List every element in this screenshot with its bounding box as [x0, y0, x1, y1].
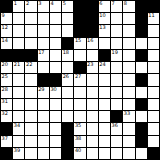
crossword-cell[interactable]	[50, 13, 61, 24]
crossword-cell[interactable]	[123, 87, 134, 98]
clue-number: 10	[99, 13, 105, 18]
crossword-block	[136, 99, 147, 110]
crossword-cell[interactable]	[38, 99, 49, 110]
crossword-block	[62, 38, 73, 49]
crossword-cell[interactable]	[25, 74, 36, 85]
crossword-cell[interactable]	[136, 38, 147, 49]
clue-number: 20	[2, 62, 8, 67]
clue-number: 13	[99, 25, 105, 30]
crossword-cell[interactable]	[136, 111, 147, 122]
crossword-cell[interactable]	[87, 74, 98, 85]
crossword-cell[interactable]	[99, 136, 110, 147]
crossword-block	[74, 62, 85, 73]
crossword-cell[interactable]: 9	[1, 13, 12, 24]
clue-number: 1	[14, 1, 17, 6]
crossword-cell[interactable]	[111, 87, 122, 98]
crossword-cell[interactable]: 15	[74, 38, 85, 49]
crossword-cell[interactable]	[62, 25, 73, 36]
clue-number: 23	[87, 62, 93, 67]
crossword-cell[interactable]	[148, 136, 159, 147]
crossword-cell[interactable]	[99, 87, 110, 98]
crossword-cell[interactable]	[50, 111, 61, 122]
clue-number: 6	[99, 1, 102, 6]
crossword-block	[136, 74, 147, 85]
crossword-block	[136, 123, 147, 134]
crossword-cell[interactable]	[13, 136, 24, 147]
crossword-cell[interactable]	[87, 123, 98, 134]
crossword-cell[interactable]	[148, 25, 159, 36]
crossword-cell[interactable]: 3	[38, 1, 49, 12]
crossword-cell[interactable]	[62, 62, 73, 73]
crossword-cell[interactable]	[50, 38, 61, 49]
crossword-block	[74, 1, 85, 12]
crossword-cell[interactable]	[111, 62, 122, 73]
crossword-cell[interactable]: 30	[50, 87, 61, 98]
crossword-cell[interactable]	[148, 50, 159, 61]
crossword-cell[interactable]: 23	[87, 62, 98, 73]
crossword-cell[interactable]	[38, 148, 49, 159]
crossword-block	[136, 50, 147, 61]
crossword-cell[interactable]	[111, 13, 122, 24]
crossword-block	[148, 148, 159, 159]
crossword-cell[interactable]	[87, 99, 98, 110]
clue-number: 38	[75, 136, 81, 141]
crossword-cell[interactable]	[99, 111, 110, 122]
crossword-grid: 1234567891011121314151617181920212223242…	[0, 0, 160, 160]
clue-number: 14	[2, 38, 8, 43]
crossword-cell[interactable]	[13, 13, 24, 24]
crossword-cell[interactable]: 18	[62, 50, 73, 61]
crossword-cell[interactable]	[111, 148, 122, 159]
crossword-cell[interactable]	[123, 62, 134, 73]
clue-number: 37	[2, 136, 8, 141]
crossword-cell[interactable]	[50, 123, 61, 134]
crossword-cell[interactable]	[74, 50, 85, 61]
clue-number: 12	[2, 25, 8, 30]
crossword-cell[interactable]: 13	[99, 25, 110, 36]
crossword-cell[interactable]	[136, 148, 147, 159]
clue-number: 33	[124, 111, 130, 116]
crossword-cell[interactable]	[38, 111, 49, 122]
clue-number: 3	[38, 1, 41, 6]
crossword-cell[interactable]: 11	[148, 13, 159, 24]
clue-number: 18	[63, 50, 69, 55]
crossword-cell[interactable]: 19	[111, 50, 122, 61]
crossword-cell[interactable]	[123, 123, 134, 134]
clue-number: 4	[50, 1, 53, 6]
crossword-cell[interactable]	[25, 111, 36, 122]
clue-number: 5	[63, 1, 66, 6]
crossword-cell[interactable]	[111, 38, 122, 49]
crossword-block	[62, 136, 73, 147]
crossword-block	[87, 13, 98, 24]
crossword-block	[148, 1, 159, 12]
crossword-cell[interactable]	[25, 136, 36, 147]
crossword-cell[interactable]: 27	[74, 74, 85, 85]
crossword-cell[interactable]: 12	[1, 25, 12, 36]
crossword-cell[interactable]	[123, 74, 134, 85]
crossword-cell[interactable]: 38	[74, 136, 85, 147]
crossword-cell[interactable]	[99, 99, 110, 110]
crossword-cell[interactable]: 5	[62, 1, 73, 12]
crossword-cell[interactable]	[74, 111, 85, 122]
crossword-cell[interactable]	[148, 99, 159, 110]
crossword-cell[interactable]: 1	[13, 1, 24, 12]
crossword-block	[111, 111, 122, 122]
crossword-cell[interactable]: 33	[123, 111, 134, 122]
crossword-block	[87, 1, 98, 12]
clue-number: 28	[2, 87, 8, 92]
clue-number: 29	[38, 87, 44, 92]
crossword-cell[interactable]	[123, 38, 134, 49]
crossword-cell[interactable]	[50, 99, 61, 110]
crossword-cell[interactable]	[38, 123, 49, 134]
crossword-block	[136, 1, 147, 12]
crossword-cell[interactable]	[38, 25, 49, 36]
crossword-cell[interactable]	[62, 13, 73, 24]
crossword-cell[interactable]	[25, 87, 36, 98]
crossword-cell[interactable]	[148, 111, 159, 122]
clue-number: 2	[26, 1, 29, 6]
crossword-cell[interactable]: 37	[1, 136, 12, 147]
crossword-block	[25, 50, 36, 61]
crossword-cell[interactable]: 40	[74, 148, 85, 159]
crossword-cell[interactable]	[38, 136, 49, 147]
clue-number: 25	[2, 74, 8, 79]
crossword-block	[62, 123, 73, 134]
crossword-cell[interactable]	[111, 74, 122, 85]
crossword-cell[interactable]	[123, 13, 134, 24]
crossword-block	[87, 25, 98, 36]
crossword-cell[interactable]	[111, 99, 122, 110]
crossword-cell[interactable]	[87, 50, 98, 61]
clue-number: 34	[14, 123, 20, 128]
clue-number: 40	[75, 148, 81, 153]
crossword-cell[interactable]	[25, 13, 36, 24]
crossword-block	[74, 25, 85, 36]
crossword-cell[interactable]: 22	[25, 62, 36, 73]
crossword-cell[interactable]: 20	[1, 62, 12, 73]
clue-number: 22	[26, 62, 32, 67]
crossword-cell[interactable]: 4	[50, 1, 61, 12]
crossword-cell[interactable]: 39	[13, 148, 24, 159]
crossword-cell[interactable]	[148, 87, 159, 98]
clue-number: 7	[112, 1, 115, 6]
crossword-cell[interactable]: 26	[62, 74, 73, 85]
crossword-cell[interactable]	[13, 25, 24, 36]
crossword-cell[interactable]	[13, 111, 24, 122]
crossword-cell[interactable]	[13, 87, 24, 98]
crossword-cell[interactable]	[25, 38, 36, 49]
crossword-cell[interactable]	[13, 38, 24, 49]
clue-number: 21	[14, 62, 20, 67]
clue-number: 16	[87, 38, 93, 43]
crossword-cell[interactable]	[148, 62, 159, 73]
crossword-block	[1, 148, 12, 159]
crossword-cell[interactable]: 2	[25, 1, 36, 12]
crossword-cell[interactable]	[25, 25, 36, 36]
crossword-cell[interactable]: 25	[1, 74, 12, 85]
crossword-block	[62, 148, 73, 159]
crossword-cell[interactable]: 36	[111, 123, 122, 134]
crossword-block	[136, 13, 147, 24]
crossword-cell[interactable]	[123, 25, 134, 36]
crossword-cell[interactable]	[38, 62, 49, 73]
clue-number: 8	[124, 1, 127, 6]
crossword-cell[interactable]	[123, 148, 134, 159]
crossword-cell[interactable]	[87, 111, 98, 122]
crossword-cell[interactable]: 32	[1, 111, 12, 122]
crossword-block	[13, 50, 24, 61]
clue-number: 32	[2, 111, 8, 116]
crossword-cell[interactable]	[111, 25, 122, 36]
clue-number: 36	[112, 123, 118, 128]
crossword-cell[interactable]	[123, 99, 134, 110]
clue-number: 31	[2, 99, 8, 104]
crossword-cell[interactable]: 8	[123, 1, 134, 12]
crossword-cell[interactable]	[148, 38, 159, 49]
crossword-cell[interactable]	[25, 99, 36, 110]
crossword-cell[interactable]	[123, 136, 134, 147]
crossword-cell[interactable]	[148, 123, 159, 134]
clue-number: 27	[75, 74, 81, 79]
clue-number: 17	[38, 50, 44, 55]
clue-number: 15	[75, 38, 81, 43]
crossword-cell[interactable]	[62, 99, 73, 110]
clue-number: 9	[2, 13, 5, 18]
crossword-cell[interactable]	[74, 87, 85, 98]
clue-number: 30	[50, 87, 56, 92]
crossword-block	[1, 1, 12, 12]
crossword-cell[interactable]	[111, 136, 122, 147]
crossword-block	[1, 50, 12, 61]
clue-number: 26	[63, 74, 69, 79]
crossword-cell[interactable]: 6	[99, 1, 110, 12]
crossword-cell[interactable]	[87, 148, 98, 159]
crossword-cell[interactable]: 31	[1, 99, 12, 110]
crossword-block	[1, 123, 12, 134]
crossword-block	[99, 50, 110, 61]
crossword-cell[interactable]: 14	[1, 38, 12, 49]
crossword-cell[interactable]	[123, 50, 134, 61]
crossword-cell[interactable]: 10	[99, 13, 110, 24]
crossword-cell[interactable]	[148, 74, 159, 85]
clue-number: 39	[14, 148, 20, 153]
crossword-cell[interactable]	[62, 111, 73, 122]
crossword-cell[interactable]: 34	[13, 123, 24, 134]
crossword-cell[interactable]	[62, 87, 73, 98]
crossword-cell[interactable]: 35	[74, 123, 85, 134]
crossword-cell[interactable]	[50, 62, 61, 73]
crossword-cell[interactable]	[74, 99, 85, 110]
crossword-cell[interactable]: 7	[111, 1, 122, 12]
crossword-cell[interactable]	[99, 74, 110, 85]
crossword-cell[interactable]	[50, 148, 61, 159]
crossword-cell[interactable]	[136, 87, 147, 98]
crossword-cell[interactable]	[136, 62, 147, 73]
crossword-cell[interactable]	[50, 136, 61, 147]
crossword-cell[interactable]	[87, 136, 98, 147]
crossword-cell[interactable]: 29	[38, 87, 49, 98]
crossword-cell[interactable]	[13, 74, 24, 85]
crossword-cell[interactable]: 24	[99, 62, 110, 73]
crossword-cell[interactable]: 16	[87, 38, 98, 49]
crossword-cell[interactable]	[99, 148, 110, 159]
crossword-cell[interactable]	[50, 50, 61, 61]
crossword-block	[50, 74, 61, 85]
crossword-cell[interactable]: 28	[1, 87, 12, 98]
clue-number: 35	[75, 123, 81, 128]
crossword-cell[interactable]	[25, 148, 36, 159]
crossword-cell[interactable]	[87, 87, 98, 98]
crossword-cell[interactable]	[50, 25, 61, 36]
crossword-block	[38, 74, 49, 85]
crossword-cell[interactable]: 21	[13, 62, 24, 73]
crossword-block	[74, 13, 85, 24]
crossword-cell[interactable]	[99, 38, 110, 49]
crossword-block	[136, 25, 147, 36]
clue-number: 19	[112, 50, 118, 55]
crossword-cell[interactable]: 17	[38, 50, 49, 61]
crossword-block	[136, 136, 147, 147]
clue-number: 24	[99, 62, 105, 67]
crossword-cell[interactable]	[38, 38, 49, 49]
crossword-cell[interactable]	[25, 123, 36, 134]
crossword-cell[interactable]	[13, 99, 24, 110]
clue-number: 11	[148, 13, 154, 18]
crossword-cell[interactable]	[99, 123, 110, 134]
crossword-cell[interactable]	[38, 13, 49, 24]
